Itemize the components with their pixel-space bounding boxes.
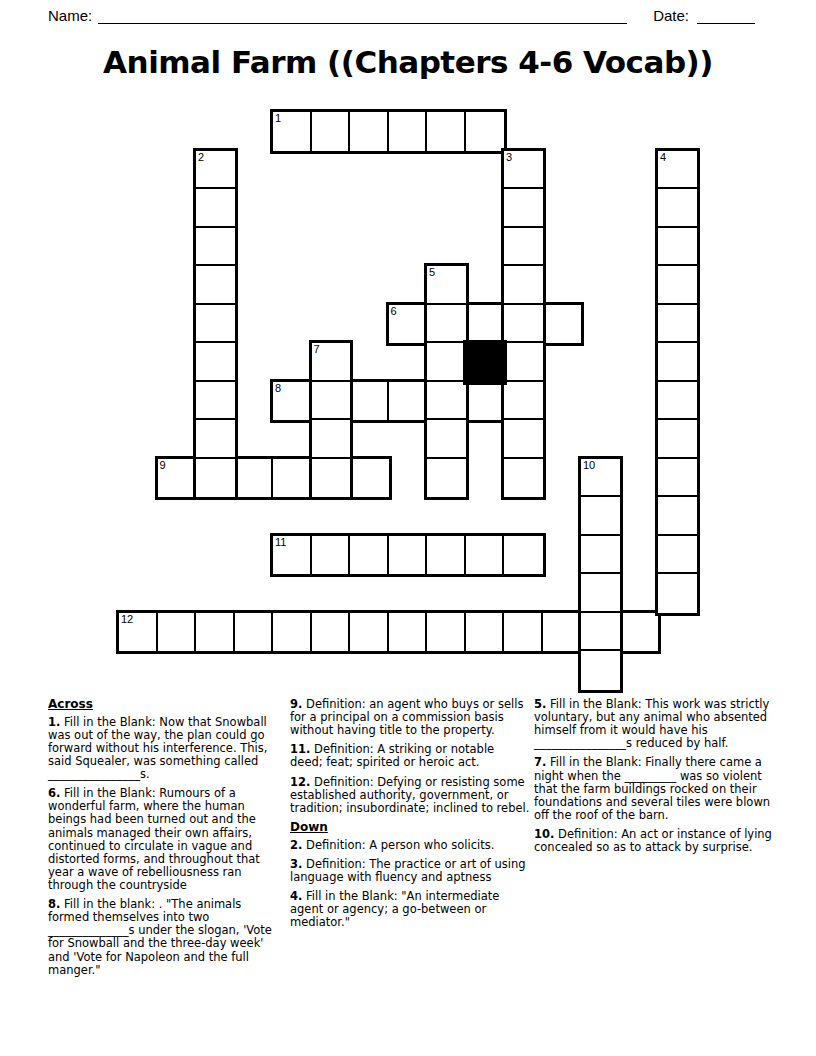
cell-r0-c4[interactable]: 1 bbox=[273, 112, 312, 151]
worksheet-page: Name: Date: Animal Farm ((Chapters 4-6 V… bbox=[0, 0, 816, 1056]
cell-r5-c8[interactable] bbox=[427, 305, 466, 344]
cell-r11-c5[interactable] bbox=[312, 536, 351, 575]
cell-r11-c14[interactable] bbox=[658, 536, 697, 575]
cell-r13-c10[interactable] bbox=[504, 613, 543, 652]
grid-clue-number: 6 bbox=[391, 305, 397, 317]
cell-r5-c2[interactable] bbox=[196, 305, 235, 344]
cell-r13-c11[interactable] bbox=[543, 613, 582, 652]
clue-column-3: 5. Fill in the Blank: This work was stri… bbox=[534, 698, 777, 860]
entry-4-down: 4 bbox=[655, 148, 700, 616]
cell-r8-c14[interactable] bbox=[658, 420, 697, 459]
cell-r9-c5[interactable] bbox=[312, 459, 351, 498]
clue-text: Fill in the Blank: This work was strictl… bbox=[534, 697, 769, 750]
cell-r6-c5[interactable]: 7 bbox=[312, 343, 351, 382]
cell-r11-c6[interactable] bbox=[350, 536, 389, 575]
entry-11-across: 11 bbox=[270, 533, 546, 578]
clue-across-11: 11. Definition: A striking or notable de… bbox=[290, 743, 530, 769]
cell-r3-c14[interactable] bbox=[658, 228, 697, 267]
clue-text: Fill in the blank: . "The animals formed… bbox=[48, 897, 272, 977]
clue-number-label: 5. bbox=[534, 697, 546, 711]
cell-r7-c8[interactable] bbox=[427, 382, 466, 421]
entry-1-across: 1 bbox=[270, 109, 507, 154]
entry-3-down: 3 bbox=[501, 148, 546, 501]
cell-r5-c10[interactable] bbox=[504, 305, 543, 344]
grid-clue-number: 1 bbox=[275, 112, 281, 124]
down-heading: Down bbox=[290, 821, 530, 835]
cell-r7-c2[interactable] bbox=[196, 382, 235, 421]
cell-r12-c14[interactable] bbox=[658, 574, 697, 613]
grid-clue-number: 7 bbox=[314, 343, 320, 355]
entry-9-across: 9 bbox=[155, 456, 392, 501]
clue-number-label: 12. bbox=[290, 775, 310, 789]
cell-r4-c8[interactable]: 5 bbox=[427, 266, 466, 305]
cell-r13-c13[interactable] bbox=[620, 613, 659, 652]
cell-r8-c5[interactable] bbox=[312, 420, 351, 459]
cell-r11-c7[interactable] bbox=[389, 536, 428, 575]
clue-number-label: 9. bbox=[290, 697, 302, 711]
grid-clue-number: 8 bbox=[275, 382, 281, 394]
clue-down-10: 10. Definition: An act or instance of ly… bbox=[534, 828, 777, 854]
grid-clue-number: 2 bbox=[198, 151, 204, 163]
clue-text: Definition: A person who solicits. bbox=[306, 838, 494, 852]
cell-r13-c7[interactable] bbox=[389, 613, 428, 652]
across-heading: Across bbox=[48, 698, 286, 712]
clue-text: Fill in the Blank: "An intermediate agen… bbox=[290, 889, 499, 929]
clue-down-7: 7. Fill in the Blank: Finally there came… bbox=[534, 756, 777, 822]
clue-across-8: 8. Fill in the blank: . "The animals for… bbox=[48, 898, 286, 977]
cell-r8-c10[interactable] bbox=[504, 420, 543, 459]
clue-number-label: 11. bbox=[290, 742, 310, 756]
clue-text: Definition: An act or instance of lying … bbox=[534, 827, 772, 854]
cell-r7-c7[interactable] bbox=[389, 382, 428, 421]
cell-r11-c9[interactable] bbox=[466, 536, 505, 575]
cell-r2-c2[interactable] bbox=[196, 189, 235, 228]
cell-r13-c0[interactable]: 12 bbox=[119, 613, 158, 652]
clue-across-6: 6. Fill in the Blank: Rumours of a wonde… bbox=[48, 787, 286, 892]
cell-r1-c2[interactable]: 2 bbox=[196, 151, 235, 190]
cell-r6-c10[interactable] bbox=[504, 343, 543, 382]
clue-number-label: 10. bbox=[534, 827, 554, 841]
cell-r6-c8[interactable] bbox=[427, 343, 466, 382]
cell-r4-c14[interactable] bbox=[658, 266, 697, 305]
cell-r9-c10[interactable] bbox=[504, 459, 543, 498]
cell-r13-c3[interactable] bbox=[235, 613, 274, 652]
cell-r13-c6[interactable] bbox=[350, 613, 389, 652]
blocked-cell-r6-c9 bbox=[463, 340, 508, 385]
cell-r9-c6[interactable] bbox=[350, 459, 389, 498]
cell-r7-c4[interactable]: 8 bbox=[273, 382, 312, 421]
cell-r0-c8[interactable] bbox=[427, 112, 466, 151]
cell-r9-c2[interactable] bbox=[196, 459, 235, 498]
cell-r9-c8[interactable] bbox=[427, 459, 466, 498]
clue-text: Definition: Defying or resisting some es… bbox=[290, 775, 529, 815]
cell-r13-c5[interactable] bbox=[312, 613, 351, 652]
clue-number-label: 2. bbox=[290, 838, 302, 852]
cell-r5-c11[interactable] bbox=[543, 305, 582, 344]
cell-r9-c12[interactable]: 10 bbox=[581, 459, 620, 498]
clue-down-2: 2. Definition: A person who solicits. bbox=[290, 839, 530, 852]
clue-text: Definition: The practice or art of using… bbox=[290, 857, 526, 884]
cell-r0-c6[interactable] bbox=[350, 112, 389, 151]
cell-r13-c1[interactable] bbox=[158, 613, 197, 652]
cell-r3-c10[interactable] bbox=[504, 228, 543, 267]
clue-number-label: 3. bbox=[290, 857, 302, 871]
cell-r14-c12[interactable] bbox=[581, 651, 620, 690]
cell-r1-c14[interactable]: 4 bbox=[658, 151, 697, 190]
cell-r11-c8[interactable] bbox=[427, 536, 466, 575]
cell-r6-c14[interactable] bbox=[658, 343, 697, 382]
cell-r0-c7[interactable] bbox=[389, 112, 428, 151]
clue-column-2: 9. Definition: an agent who buys or sell… bbox=[290, 698, 530, 935]
cell-r5-c14[interactable] bbox=[658, 305, 697, 344]
clue-down-5: 5. Fill in the Blank: This work was stri… bbox=[534, 698, 777, 750]
entry-2-down: 2 bbox=[193, 148, 238, 501]
cell-r3-c2[interactable] bbox=[196, 228, 235, 267]
cell-r7-c6[interactable] bbox=[350, 382, 389, 421]
grid-clue-number: 10 bbox=[583, 459, 595, 471]
cell-r13-c12[interactable] bbox=[581, 613, 620, 652]
grid-clue-number: 3 bbox=[506, 151, 512, 163]
cell-r10-c12[interactable] bbox=[581, 497, 620, 536]
grid-clue-number: 5 bbox=[429, 266, 435, 278]
clue-text: Fill in the Blank: Finally there came a … bbox=[534, 755, 770, 821]
clue-number-label: 6. bbox=[48, 786, 60, 800]
entry-10-down: 10 bbox=[578, 456, 623, 693]
clue-number-label: 7. bbox=[534, 755, 546, 769]
cell-r7-c14[interactable] bbox=[658, 382, 697, 421]
cell-r8-c8[interactable] bbox=[427, 420, 466, 459]
cell-r2-c14[interactable] bbox=[658, 189, 697, 228]
cell-r0-c5[interactable] bbox=[312, 112, 351, 151]
cell-r9-c3[interactable] bbox=[235, 459, 274, 498]
cell-r12-c12[interactable] bbox=[581, 574, 620, 613]
cell-r13-c9[interactable] bbox=[466, 613, 505, 652]
clue-across-9: 9. Definition: an agent who buys or sell… bbox=[290, 698, 530, 737]
clue-text: Fill in the Blank: Now that Snowball was… bbox=[48, 715, 267, 781]
cell-r7-c5[interactable] bbox=[312, 382, 351, 421]
cell-r13-c8[interactable] bbox=[427, 613, 466, 652]
crossword-grid: 168911122345710 bbox=[0, 0, 816, 700]
clue-number-label: 8. bbox=[48, 897, 60, 911]
cell-r13-c4[interactable] bbox=[273, 613, 312, 652]
clue-column-1: Across 1. Fill in the Blank: Now that Sn… bbox=[48, 698, 286, 983]
cell-r5-c7[interactable]: 6 bbox=[389, 305, 428, 344]
cell-r9-c14[interactable] bbox=[658, 459, 697, 498]
cell-r5-c9[interactable] bbox=[466, 305, 505, 344]
cell-r13-c2[interactable] bbox=[196, 613, 235, 652]
cell-r11-c4[interactable]: 11 bbox=[273, 536, 312, 575]
clue-text: Definition: an agent who buys or sells f… bbox=[290, 697, 523, 737]
cell-r0-c9[interactable] bbox=[466, 112, 505, 151]
clue-across-1: 1. Fill in the Blank: Now that Snowball … bbox=[48, 716, 286, 782]
cell-r10-c14[interactable] bbox=[658, 497, 697, 536]
cell-r4-c10[interactable] bbox=[504, 266, 543, 305]
clue-down-4: 4. Fill in the Blank: "An intermediate a… bbox=[290, 890, 530, 929]
cell-r1-c10[interactable]: 3 bbox=[504, 151, 543, 190]
grid-clue-number: 11 bbox=[275, 536, 286, 548]
clue-across-12: 12. Definition: Defying or resisting som… bbox=[290, 776, 530, 815]
cell-r6-c2[interactable] bbox=[196, 343, 235, 382]
cell-r11-c12[interactable] bbox=[581, 536, 620, 575]
clue-number-label: 1. bbox=[48, 715, 60, 729]
grid-clue-number: 4 bbox=[660, 151, 666, 163]
cell-r4-c2[interactable] bbox=[196, 266, 235, 305]
cell-r7-c10[interactable] bbox=[504, 382, 543, 421]
grid-clue-number: 12 bbox=[121, 613, 133, 625]
cell-r8-c2[interactable] bbox=[196, 420, 235, 459]
cell-r7-c9[interactable] bbox=[466, 382, 505, 421]
clue-number-label: 4. bbox=[290, 889, 302, 903]
entry-7-down: 7 bbox=[309, 340, 354, 500]
clue-text: Definition: A striking or notable deed; … bbox=[290, 742, 494, 769]
clue-down-3: 3. Definition: The practice or art of us… bbox=[290, 858, 530, 884]
cell-r9-c1[interactable]: 9 bbox=[158, 459, 197, 498]
cell-r2-c10[interactable] bbox=[504, 189, 543, 228]
clue-text: Fill in the Blank: Rumours of a wonderfu… bbox=[48, 786, 260, 892]
cell-r9-c4[interactable] bbox=[273, 459, 312, 498]
grid-clue-number: 9 bbox=[160, 459, 166, 471]
cell-r11-c10[interactable] bbox=[504, 536, 543, 575]
